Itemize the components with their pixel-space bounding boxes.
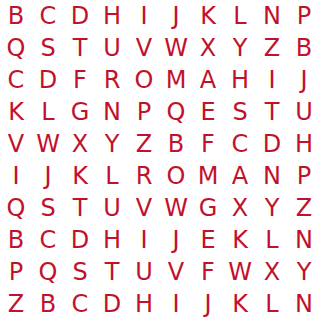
cell-r1c10[interactable]: P bbox=[288, 0, 320, 32]
cell-r1c9[interactable]: N bbox=[256, 0, 288, 32]
cell-r8c4[interactable]: H bbox=[96, 224, 128, 256]
cell-r5c1[interactable]: V bbox=[0, 128, 32, 160]
cell-r10c8[interactable]: K bbox=[224, 288, 256, 320]
cell-r3c5[interactable]: O bbox=[128, 64, 160, 96]
cell-r5c3[interactable]: X bbox=[64, 128, 96, 160]
cell-r4c2[interactable]: L bbox=[32, 96, 64, 128]
cell-r5c2[interactable]: W bbox=[32, 128, 64, 160]
cell-r2c1[interactable]: Q bbox=[0, 32, 32, 64]
cell-r4c10[interactable]: U bbox=[288, 96, 320, 128]
cell-r8c6[interactable]: J bbox=[160, 224, 192, 256]
cell-r7c10[interactable]: Z bbox=[288, 192, 320, 224]
cell-r4c3[interactable]: G bbox=[64, 96, 96, 128]
cell-r9c8[interactable]: W bbox=[224, 256, 256, 288]
cell-r4c9[interactable]: T bbox=[256, 96, 288, 128]
cell-r8c9[interactable]: L bbox=[256, 224, 288, 256]
cell-r2c10[interactable]: B bbox=[288, 32, 320, 64]
cell-r7c2[interactable]: S bbox=[32, 192, 64, 224]
cell-r6c4[interactable]: L bbox=[96, 160, 128, 192]
cell-r3c9[interactable]: I bbox=[256, 64, 288, 96]
cell-r8c7[interactable]: E bbox=[192, 224, 224, 256]
cell-r8c10[interactable]: N bbox=[288, 224, 320, 256]
cell-r5c10[interactable]: H bbox=[288, 128, 320, 160]
cell-r2c8[interactable]: Y bbox=[224, 32, 256, 64]
cell-r2c4[interactable]: U bbox=[96, 32, 128, 64]
cell-r9c2[interactable]: Q bbox=[32, 256, 64, 288]
cell-r9c7[interactable]: F bbox=[192, 256, 224, 288]
cell-r6c1[interactable]: I bbox=[0, 160, 32, 192]
cell-r2c5[interactable]: V bbox=[128, 32, 160, 64]
cell-r5c4[interactable]: Y bbox=[96, 128, 128, 160]
cell-r5c5[interactable]: Z bbox=[128, 128, 160, 160]
cell-r1c3[interactable]: D bbox=[64, 0, 96, 32]
cell-r2c2[interactable]: S bbox=[32, 32, 64, 64]
cell-r7c3[interactable]: T bbox=[64, 192, 96, 224]
cell-r10c5[interactable]: H bbox=[128, 288, 160, 320]
cell-r4c5[interactable]: P bbox=[128, 96, 160, 128]
cell-r10c2[interactable]: B bbox=[32, 288, 64, 320]
cell-r5c8[interactable]: C bbox=[224, 128, 256, 160]
cell-r10c9[interactable]: L bbox=[256, 288, 288, 320]
cell-r1c5[interactable]: I bbox=[128, 0, 160, 32]
cell-r5c7[interactable]: F bbox=[192, 128, 224, 160]
cell-r3c6[interactable]: M bbox=[160, 64, 192, 96]
cell-r10c7[interactable]: J bbox=[192, 288, 224, 320]
cell-r6c3[interactable]: K bbox=[64, 160, 96, 192]
cell-r5c6[interactable]: B bbox=[160, 128, 192, 160]
cell-r6c7[interactable]: M bbox=[192, 160, 224, 192]
cell-r1c6[interactable]: J bbox=[160, 0, 192, 32]
cell-r9c5[interactable]: U bbox=[128, 256, 160, 288]
cell-r9c10[interactable]: Y bbox=[288, 256, 320, 288]
cell-r6c10[interactable]: P bbox=[288, 160, 320, 192]
cell-r3c1[interactable]: C bbox=[0, 64, 32, 96]
cell-r7c1[interactable]: Q bbox=[0, 192, 32, 224]
cell-r7c9[interactable]: Y bbox=[256, 192, 288, 224]
cell-r10c4[interactable]: D bbox=[96, 288, 128, 320]
cell-r3c4[interactable]: R bbox=[96, 64, 128, 96]
cell-r8c1[interactable]: B bbox=[0, 224, 32, 256]
cell-r9c3[interactable]: S bbox=[64, 256, 96, 288]
cell-r8c2[interactable]: C bbox=[32, 224, 64, 256]
cell-r1c2[interactable]: C bbox=[32, 0, 64, 32]
cell-r6c2[interactable]: J bbox=[32, 160, 64, 192]
cell-r8c5[interactable]: I bbox=[128, 224, 160, 256]
cell-r6c6[interactable]: O bbox=[160, 160, 192, 192]
cell-r10c6[interactable]: I bbox=[160, 288, 192, 320]
cell-r1c7[interactable]: K bbox=[192, 0, 224, 32]
cell-r3c3[interactable]: F bbox=[64, 64, 96, 96]
cell-r6c5[interactable]: R bbox=[128, 160, 160, 192]
cell-r2c7[interactable]: X bbox=[192, 32, 224, 64]
cell-r3c2[interactable]: D bbox=[32, 64, 64, 96]
cell-r2c9[interactable]: Z bbox=[256, 32, 288, 64]
cell-r8c3[interactable]: D bbox=[64, 224, 96, 256]
cell-r2c3[interactable]: T bbox=[64, 32, 96, 64]
cell-r7c8[interactable]: X bbox=[224, 192, 256, 224]
cell-r10c1[interactable]: Z bbox=[0, 288, 32, 320]
word-search-grid: BCDHIJKLNPQSTUVWXYZBCDFROMAHIJKLGNPQESTU… bbox=[0, 0, 320, 320]
cell-r7c7[interactable]: G bbox=[192, 192, 224, 224]
cell-r4c7[interactable]: E bbox=[192, 96, 224, 128]
cell-r4c4[interactable]: N bbox=[96, 96, 128, 128]
cell-r5c9[interactable]: D bbox=[256, 128, 288, 160]
cell-r6c8[interactable]: A bbox=[224, 160, 256, 192]
cell-r8c8[interactable]: K bbox=[224, 224, 256, 256]
cell-r7c6[interactable]: W bbox=[160, 192, 192, 224]
cell-r6c9[interactable]: N bbox=[256, 160, 288, 192]
cell-r3c7[interactable]: A bbox=[192, 64, 224, 96]
cell-r4c8[interactable]: S bbox=[224, 96, 256, 128]
cell-r7c4[interactable]: U bbox=[96, 192, 128, 224]
cell-r9c1[interactable]: P bbox=[0, 256, 32, 288]
cell-r4c6[interactable]: Q bbox=[160, 96, 192, 128]
cell-r10c10[interactable]: N bbox=[288, 288, 320, 320]
cell-r4c1[interactable]: K bbox=[0, 96, 32, 128]
cell-r1c1[interactable]: B bbox=[0, 0, 32, 32]
cell-r9c6[interactable]: V bbox=[160, 256, 192, 288]
cell-r10c3[interactable]: C bbox=[64, 288, 96, 320]
cell-r1c8[interactable]: L bbox=[224, 0, 256, 32]
cell-r3c10[interactable]: J bbox=[288, 64, 320, 96]
cell-r1c4[interactable]: H bbox=[96, 0, 128, 32]
cell-r7c5[interactable]: V bbox=[128, 192, 160, 224]
cell-r2c6[interactable]: W bbox=[160, 32, 192, 64]
cell-r3c8[interactable]: H bbox=[224, 64, 256, 96]
cell-r9c9[interactable]: X bbox=[256, 256, 288, 288]
cell-r9c4[interactable]: T bbox=[96, 256, 128, 288]
